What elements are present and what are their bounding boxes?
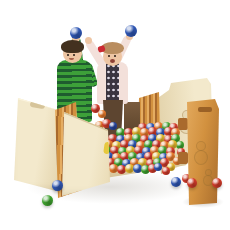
girl-eye [114,55,116,57]
ball [70,27,82,39]
ball [162,167,170,175]
ball [42,195,53,206]
ball [171,177,181,187]
handle-cutout [30,101,46,109]
ball [109,122,117,130]
ball [125,25,137,37]
girl-mouth [110,59,115,63]
girl-hand [85,37,92,44]
ball [187,178,197,188]
door-hinge-tab [178,118,188,130]
ball [154,163,162,171]
door-handle-slot [198,107,212,112]
boy-eye [67,54,69,56]
ball [212,178,222,188]
boy-hair [61,40,84,53]
bear-emboss-icon [194,150,208,165]
product-photo-ball-pit-playpen [0,0,230,230]
playpen-left-panel [14,94,60,194]
girl-eye [108,55,110,57]
ball [52,180,63,191]
ball [98,110,106,118]
girl-floral-top [106,63,119,103]
door-hinge-tab [178,152,188,164]
boy-eye [73,54,75,56]
